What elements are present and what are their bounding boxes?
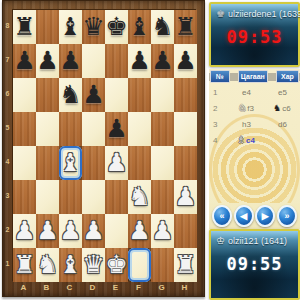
square-a7[interactable]: ♟ bbox=[13, 44, 36, 78]
square-d8[interactable]: ♛ bbox=[82, 10, 105, 44]
rank-label-5: 5 bbox=[3, 111, 12, 145]
square-f8[interactable]: ♝ bbox=[128, 10, 151, 44]
square-f7[interactable]: ♟ bbox=[128, 44, 151, 78]
rank-labels: 87654321 bbox=[3, 9, 12, 281]
player-name: olzii121 (1641) bbox=[228, 236, 287, 246]
black-pawn: ♟ bbox=[174, 44, 196, 78]
square-h5[interactable] bbox=[174, 112, 197, 146]
square-f1[interactable] bbox=[128, 248, 151, 282]
opponent-name: ulziierdene1 (1639) bbox=[228, 9, 300, 19]
square-f3[interactable]: ♞ bbox=[128, 180, 151, 214]
move-row-3: 3 h3 d6 bbox=[209, 116, 300, 132]
square-h3[interactable]: ♟ bbox=[174, 180, 197, 214]
black-rook: ♜ bbox=[174, 10, 196, 44]
player-card: ♔ olzii121 (1641) 09:55 bbox=[209, 229, 300, 300]
white-rook: ♜ bbox=[13, 248, 35, 282]
black-knight-icon: ♞ bbox=[273, 104, 281, 113]
file-label-C: C bbox=[58, 282, 81, 294]
black-pawn: ♟ bbox=[105, 112, 127, 146]
black-knight: ♞ bbox=[59, 78, 81, 112]
previous-move-button[interactable]: ◀ bbox=[234, 205, 254, 227]
rank-label-6: 6 bbox=[3, 77, 12, 111]
square-h1[interactable]: ♜ bbox=[174, 248, 197, 282]
white-queen: ♛ bbox=[82, 248, 104, 282]
white-knight: ♞ bbox=[128, 180, 150, 214]
square-d2[interactable]: ♟ bbox=[82, 214, 105, 248]
white-knight: ♞ bbox=[36, 248, 58, 282]
square-e7[interactable] bbox=[105, 44, 128, 78]
move-table-header: № Цагаан Хар bbox=[209, 69, 300, 84]
square-h8[interactable]: ♜ bbox=[174, 10, 197, 44]
square-c4[interactable]: ♝ bbox=[59, 146, 82, 180]
white-rook: ♜ bbox=[174, 248, 196, 282]
file-label-F: F bbox=[127, 282, 150, 294]
square-c5[interactable] bbox=[59, 112, 82, 146]
square-f4[interactable] bbox=[128, 146, 151, 180]
black-pawn: ♟ bbox=[59, 44, 81, 78]
square-d5[interactable] bbox=[82, 112, 105, 146]
opponent-clock: 09:53 bbox=[211, 27, 298, 47]
square-h4[interactable] bbox=[174, 146, 197, 180]
player-clock: 09:55 bbox=[211, 254, 298, 274]
next-move-button[interactable]: ▶ bbox=[255, 205, 275, 227]
square-h2[interactable] bbox=[174, 214, 197, 248]
square-c7[interactable]: ♟ bbox=[59, 44, 82, 78]
square-a2[interactable]: ♟ bbox=[13, 214, 36, 248]
square-b8[interactable] bbox=[36, 10, 59, 44]
file-label-A: A bbox=[12, 282, 35, 294]
black-bishop: ♝ bbox=[59, 10, 81, 44]
square-d1[interactable]: ♛ bbox=[82, 248, 105, 282]
black-queen: ♛ bbox=[82, 10, 104, 44]
white-pawn: ♟ bbox=[174, 180, 196, 214]
white-pawn: ♟ bbox=[105, 146, 127, 180]
square-a4[interactable] bbox=[13, 146, 36, 180]
black-move-3[interactable]: d6 bbox=[265, 120, 299, 129]
rank-label-8: 8 bbox=[3, 9, 12, 43]
square-c6[interactable]: ♞ bbox=[59, 78, 82, 112]
square-c3[interactable] bbox=[59, 180, 82, 214]
side-panel: ♚ ulziierdene1 (1639) 09:53 № Цагаан Хар… bbox=[209, 0, 300, 300]
white-pawn: ♟ bbox=[128, 214, 150, 248]
player-name-row: ♔ olzii121 (1641) bbox=[211, 231, 298, 248]
black-pawn: ♟ bbox=[13, 44, 35, 78]
opponent-name-row: ♚ ulziierdene1 (1639) bbox=[211, 4, 298, 21]
square-a6[interactable] bbox=[13, 78, 36, 112]
square-b2[interactable]: ♟ bbox=[36, 214, 59, 248]
black-pawn: ♟ bbox=[82, 78, 104, 112]
square-e4[interactable]: ♟ bbox=[105, 146, 128, 180]
square-d4[interactable] bbox=[82, 146, 105, 180]
black-bishop: ♝ bbox=[128, 10, 150, 44]
move-number: 3 bbox=[213, 120, 227, 129]
square-a3[interactable] bbox=[13, 180, 36, 214]
black-pawn: ♟ bbox=[151, 44, 173, 78]
black-rook: ♜ bbox=[13, 10, 35, 44]
white-move-1[interactable]: e4 bbox=[227, 88, 265, 97]
move-row-4: 4 ♗c4 bbox=[209, 132, 300, 148]
rank-label-7: 7 bbox=[3, 43, 12, 77]
white-pawn: ♟ bbox=[36, 214, 58, 248]
move-number: 4 bbox=[213, 136, 227, 145]
square-c1[interactable]: ♝ bbox=[59, 248, 82, 282]
rank-label-1: 1 bbox=[3, 247, 12, 281]
move-row-2: 2 ♘f3 ♞c6 bbox=[209, 100, 300, 116]
last-move-button[interactable]: » bbox=[277, 205, 297, 227]
square-e8[interactable]: ♚ bbox=[105, 10, 128, 44]
square-c8[interactable]: ♝ bbox=[59, 10, 82, 44]
file-label-B: B bbox=[35, 282, 58, 294]
chess-board-frame: 87654321 ♜♝♛♚♝♞♜♟♟♟♟♟♟♞♟♟♝♟♞♟♟♟♟♟♟♟♜♞♝♛♚… bbox=[2, 0, 205, 297]
chess-board[interactable]: ♜♝♛♚♝♞♜♟♟♟♟♟♟♞♟♟♝♟♞♟♟♟♟♟♟♟♜♞♝♛♚♜ bbox=[12, 9, 196, 281]
file-label-E: E bbox=[104, 282, 127, 294]
black-king: ♚ bbox=[105, 10, 127, 44]
square-g4[interactable] bbox=[151, 146, 174, 180]
square-g7[interactable]: ♟ bbox=[151, 44, 174, 78]
square-h7[interactable]: ♟ bbox=[174, 44, 197, 78]
move-navigation: « ◀ ▶ » bbox=[209, 203, 300, 229]
move-number: 2 bbox=[213, 104, 227, 113]
square-e2[interactable] bbox=[105, 214, 128, 248]
black-pawn: ♟ bbox=[128, 44, 150, 78]
file-label-H: H bbox=[173, 282, 196, 294]
white-bishop: ♝ bbox=[59, 248, 81, 282]
file-label-G: G bbox=[150, 282, 173, 294]
opponent-player-card: ♚ ulziierdene1 (1639) 09:53 bbox=[209, 2, 300, 67]
white-king: ♚ bbox=[105, 248, 127, 282]
square-b1[interactable]: ♞ bbox=[36, 248, 59, 282]
square-g1[interactable] bbox=[151, 248, 174, 282]
square-g3[interactable] bbox=[151, 180, 174, 214]
square-b4[interactable] bbox=[36, 146, 59, 180]
move-rows: 1 e4 e5 2 ♘f3 ♞c6 3 h3 d6 4 ♗c4 bbox=[209, 84, 300, 148]
square-d6[interactable]: ♟ bbox=[82, 78, 105, 112]
square-g2[interactable]: ♟ bbox=[151, 214, 174, 248]
square-f6[interactable] bbox=[128, 78, 151, 112]
white-king-icon: ♔ bbox=[216, 236, 225, 246]
white-move-4[interactable]: ♗c4 bbox=[227, 136, 265, 145]
square-g5[interactable] bbox=[151, 112, 174, 146]
square-b5[interactable] bbox=[36, 112, 59, 146]
file-labels: ABCDEFGH bbox=[12, 282, 196, 294]
square-d3[interactable] bbox=[82, 180, 105, 214]
square-e3[interactable] bbox=[105, 180, 128, 214]
black-knight: ♞ bbox=[151, 10, 173, 44]
header-move-number: № bbox=[210, 70, 230, 83]
white-knight-icon: ♘ bbox=[238, 104, 246, 113]
rank-label-3: 3 bbox=[3, 179, 12, 213]
white-bishop: ♝ bbox=[59, 146, 81, 180]
square-a8[interactable]: ♜ bbox=[13, 10, 36, 44]
black-move-1[interactable]: e5 bbox=[265, 88, 299, 97]
white-move-2[interactable]: ♘f3 bbox=[227, 104, 265, 113]
white-pawn: ♟ bbox=[151, 214, 173, 248]
white-pawn: ♟ bbox=[13, 214, 35, 248]
square-h6[interactable] bbox=[174, 78, 197, 112]
square-g8[interactable]: ♞ bbox=[151, 10, 174, 44]
black-move-2[interactable]: ♞c6 bbox=[265, 104, 299, 113]
header-black: Хар bbox=[276, 70, 299, 83]
file-label-D: D bbox=[81, 282, 104, 294]
first-move-button[interactable]: « bbox=[212, 205, 232, 227]
header-white: Цагаан bbox=[238, 70, 268, 83]
white-pawn: ♟ bbox=[82, 214, 104, 248]
square-c2[interactable]: ♟ bbox=[59, 214, 82, 248]
white-bishop-icon: ♗ bbox=[237, 136, 245, 145]
rank-label-2: 2 bbox=[3, 213, 12, 247]
chess-app: 87654321 ♜♝♛♚♝♞♜♟♟♟♟♟♟♞♟♟♝♟♞♟♟♟♟♟♟♟♜♞♝♛♚… bbox=[0, 0, 300, 300]
move-number: 1 bbox=[213, 88, 227, 97]
square-b7[interactable]: ♟ bbox=[36, 44, 59, 78]
move-row-1: 1 e4 e5 bbox=[209, 84, 300, 100]
square-a1[interactable]: ♜ bbox=[13, 248, 36, 282]
square-a5[interactable] bbox=[13, 112, 36, 146]
square-b3[interactable] bbox=[36, 180, 59, 214]
square-e6[interactable] bbox=[105, 78, 128, 112]
square-g6[interactable] bbox=[151, 78, 174, 112]
white-pawn: ♟ bbox=[59, 214, 81, 248]
black-king-icon: ♚ bbox=[216, 9, 225, 19]
rank-label-4: 4 bbox=[3, 145, 12, 179]
square-e1[interactable]: ♚ bbox=[105, 248, 128, 282]
black-pawn: ♟ bbox=[36, 44, 58, 78]
square-b6[interactable] bbox=[36, 78, 59, 112]
square-e5[interactable]: ♟ bbox=[105, 112, 128, 146]
square-f5[interactable] bbox=[128, 112, 151, 146]
white-move-3[interactable]: h3 bbox=[227, 120, 265, 129]
square-f2[interactable]: ♟ bbox=[128, 214, 151, 248]
square-d7[interactable] bbox=[82, 44, 105, 78]
